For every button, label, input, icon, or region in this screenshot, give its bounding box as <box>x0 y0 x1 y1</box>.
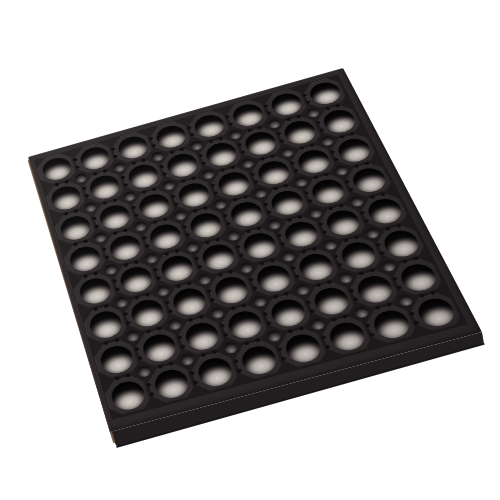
large-drainage-hole <box>170 285 209 318</box>
large-drainage-hole <box>338 239 380 271</box>
large-drainage-hole <box>115 134 150 162</box>
large-drainage-hole <box>97 342 136 376</box>
large-drainage-hole <box>77 275 114 307</box>
large-drainage-hole <box>175 180 212 210</box>
large-drainage-hole <box>117 264 155 296</box>
large-drainage-hole <box>364 196 406 227</box>
large-drainage-hole <box>325 319 369 354</box>
large-drainage-hole <box>306 80 344 108</box>
large-drainage-hole <box>281 219 322 250</box>
large-drainage-hole <box>267 296 309 330</box>
large-drainage-hole <box>268 90 306 118</box>
large-drainage-hole <box>281 118 319 147</box>
large-drainage-hole <box>191 112 227 140</box>
large-drainage-hole <box>158 253 196 285</box>
large-drainage-hole <box>199 241 238 273</box>
large-drainage-hole <box>67 243 103 274</box>
large-drainage-hole <box>295 251 337 283</box>
large-drainage-hole <box>97 202 133 232</box>
large-drainage-hole <box>320 107 359 135</box>
large-drainage-hole <box>151 366 192 401</box>
large-drainage-hole <box>153 123 189 151</box>
large-drainage-hole <box>128 297 167 330</box>
large-drainage-hole <box>87 173 122 202</box>
large-drainage-hole <box>215 169 253 199</box>
large-drainage-hole <box>238 343 280 378</box>
large-drainage-hole <box>203 140 240 169</box>
large-drainage-hole <box>78 144 112 172</box>
large-drainage-hole <box>323 207 364 238</box>
product-photo <box>0 0 500 500</box>
large-drainage-hole <box>211 274 251 307</box>
large-drainage-hole <box>413 295 458 330</box>
large-drainage-hole <box>225 308 266 342</box>
large-drainage-hole <box>147 221 185 252</box>
large-drainage-hole <box>195 355 236 390</box>
large-drainage-hole <box>136 191 173 221</box>
large-drainage-hole <box>107 232 144 263</box>
large-drainage-hole <box>396 261 440 294</box>
large-drainage-hole <box>369 307 414 342</box>
large-drainage-hole <box>294 147 333 176</box>
large-drainage-hole <box>353 272 396 305</box>
large-drainage-hole <box>334 135 374 164</box>
large-drainage-hole <box>242 129 280 158</box>
large-drainage-hole <box>308 176 348 206</box>
large-drainage-hole <box>108 378 148 413</box>
large-drainage-hole <box>164 151 201 180</box>
large-drainage-hole <box>140 331 180 365</box>
large-drainage-hole <box>40 155 74 183</box>
large-drainage-hole <box>58 213 93 243</box>
large-drainage-hole <box>230 101 267 129</box>
large-drainage-hole <box>87 308 125 341</box>
large-drainage-hole <box>187 210 225 241</box>
large-drainage-hole <box>227 199 266 230</box>
large-drainage-hole <box>380 227 423 259</box>
large-drainage-hole <box>49 183 84 212</box>
large-drainage-hole <box>310 284 353 318</box>
large-drainage-hole <box>254 158 293 188</box>
large-drainage-hole <box>240 230 280 262</box>
large-drainage-hole <box>282 331 325 366</box>
large-drainage-hole <box>268 188 308 218</box>
large-drainage-hole <box>349 165 390 195</box>
large-drainage-hole <box>182 319 222 353</box>
large-drainage-hole <box>126 162 162 191</box>
large-drainage-hole <box>253 262 294 295</box>
